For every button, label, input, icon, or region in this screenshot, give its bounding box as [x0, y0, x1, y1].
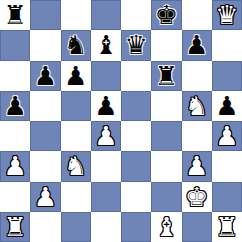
square-g4[interactable]	[182, 121, 212, 151]
square-a5[interactable]: ♟	[0, 91, 30, 121]
square-c5[interactable]	[61, 91, 91, 121]
black-pawn[interactable]: ♟	[64, 61, 87, 91]
square-b3[interactable]	[30, 151, 60, 181]
square-c6[interactable]: ♟	[61, 61, 91, 91]
black-queen[interactable]: ♛	[124, 30, 147, 60]
square-a8[interactable]: ♜	[0, 0, 30, 30]
black-pawn[interactable]: ♟	[34, 61, 57, 91]
black-king[interactable]: ♚	[155, 0, 178, 30]
square-h5[interactable]: ♟	[212, 91, 242, 121]
square-b5[interactable]	[30, 91, 60, 121]
square-e8[interactable]	[121, 0, 151, 30]
square-h2[interactable]	[212, 182, 242, 212]
square-a2[interactable]	[0, 182, 30, 212]
white-pawn[interactable]: ♟	[34, 182, 57, 212]
square-h6[interactable]	[212, 61, 242, 91]
square-e6[interactable]	[121, 61, 151, 91]
square-d3[interactable]	[91, 151, 121, 181]
square-e1[interactable]	[121, 212, 151, 242]
square-b8[interactable]	[30, 0, 60, 30]
square-c2[interactable]	[61, 182, 91, 212]
square-h3[interactable]	[212, 151, 242, 181]
square-h7[interactable]	[212, 30, 242, 60]
square-a7[interactable]	[0, 30, 30, 60]
chess-board: ♜♚♛♞♝♛♟♟♟♜♟♟♞♟♟♟♟♞♟♟♚♜♝♜	[0, 0, 242, 242]
square-e7[interactable]: ♛	[121, 30, 151, 60]
white-knight[interactable]: ♞	[185, 91, 208, 121]
square-f6[interactable]: ♜	[151, 61, 181, 91]
black-knight[interactable]: ♞	[64, 30, 87, 60]
square-f3[interactable]	[151, 151, 181, 181]
square-g3[interactable]: ♟	[182, 151, 212, 181]
square-f1[interactable]: ♝	[151, 212, 181, 242]
square-e3[interactable]	[121, 151, 151, 181]
square-f5[interactable]	[151, 91, 181, 121]
square-g5[interactable]: ♞	[182, 91, 212, 121]
square-h8[interactable]: ♛	[212, 0, 242, 30]
square-b7[interactable]	[30, 30, 60, 60]
black-bishop[interactable]: ♝	[94, 30, 117, 60]
square-c8[interactable]	[61, 0, 91, 30]
square-e5[interactable]	[121, 91, 151, 121]
square-d7[interactable]: ♝	[91, 30, 121, 60]
square-h1[interactable]: ♜	[212, 212, 242, 242]
square-f4[interactable]	[151, 121, 181, 151]
square-g8[interactable]	[182, 0, 212, 30]
white-pawn[interactable]: ♟	[185, 151, 208, 181]
square-g1[interactable]	[182, 212, 212, 242]
white-pawn[interactable]: ♟	[3, 151, 26, 181]
square-a1[interactable]: ♜	[0, 212, 30, 242]
square-c4[interactable]	[61, 121, 91, 151]
white-knight[interactable]: ♞	[64, 151, 87, 181]
square-d6[interactable]	[91, 61, 121, 91]
square-g7[interactable]: ♟	[182, 30, 212, 60]
black-pawn[interactable]: ♟	[185, 30, 208, 60]
black-pawn[interactable]: ♟	[3, 91, 26, 121]
square-b2[interactable]: ♟	[30, 182, 60, 212]
square-d1[interactable]	[91, 212, 121, 242]
white-king[interactable]: ♚	[185, 182, 208, 212]
square-d8[interactable]	[91, 0, 121, 30]
white-rook[interactable]: ♜	[215, 212, 238, 242]
black-pawn[interactable]: ♟	[94, 91, 117, 121]
square-f8[interactable]: ♚	[151, 0, 181, 30]
white-bishop[interactable]: ♝	[155, 212, 178, 242]
square-e4[interactable]	[121, 121, 151, 151]
square-f7[interactable]	[151, 30, 181, 60]
square-a3[interactable]: ♟	[0, 151, 30, 181]
square-d4[interactable]: ♟	[91, 121, 121, 151]
square-c7[interactable]: ♞	[61, 30, 91, 60]
square-g6[interactable]	[182, 61, 212, 91]
square-f2[interactable]	[151, 182, 181, 212]
square-c3[interactable]: ♞	[61, 151, 91, 181]
square-d5[interactable]: ♟	[91, 91, 121, 121]
square-a6[interactable]	[0, 61, 30, 91]
square-b6[interactable]: ♟	[30, 61, 60, 91]
white-pawn[interactable]: ♟	[94, 121, 117, 151]
white-rook[interactable]: ♜	[3, 212, 26, 242]
white-pawn[interactable]: ♟	[215, 121, 238, 151]
square-h4[interactable]: ♟	[212, 121, 242, 151]
square-c1[interactable]	[61, 212, 91, 242]
black-rook[interactable]: ♜	[3, 0, 26, 30]
square-d2[interactable]	[91, 182, 121, 212]
square-e2[interactable]	[121, 182, 151, 212]
white-queen[interactable]: ♛	[215, 0, 238, 30]
black-pawn[interactable]: ♟	[215, 91, 238, 121]
black-rook[interactable]: ♜	[155, 61, 178, 91]
square-g2[interactable]: ♚	[182, 182, 212, 212]
square-a4[interactable]	[0, 121, 30, 151]
square-b4[interactable]	[30, 121, 60, 151]
square-b1[interactable]	[30, 212, 60, 242]
